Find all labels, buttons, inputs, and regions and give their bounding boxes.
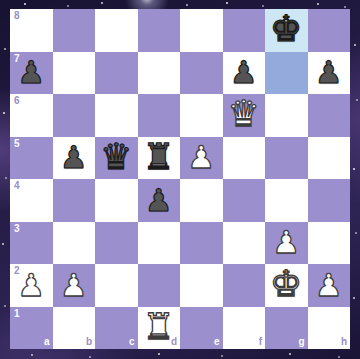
- starfield-background: [0, 0, 2, 2]
- piece-black-pawn: ♟: [17, 57, 45, 88]
- square-g7[interactable]: [265, 52, 308, 95]
- square-e1[interactable]: e: [180, 307, 223, 350]
- piece-white-pawn: ♟: [60, 270, 88, 301]
- square-e6[interactable]: [180, 94, 223, 137]
- square-h7[interactable]: ♟: [308, 52, 351, 95]
- square-d8[interactable]: [138, 9, 181, 52]
- square-b5[interactable]: ♟: [53, 137, 96, 180]
- rank-label-6: 6: [14, 96, 20, 106]
- square-c7[interactable]: [95, 52, 138, 95]
- rank-label-5: 5: [14, 139, 20, 149]
- file-label-c: c: [129, 337, 135, 347]
- rank-label-8: 8: [14, 11, 20, 21]
- square-b1[interactable]: b: [53, 307, 96, 350]
- square-b2[interactable]: ♟: [53, 264, 96, 307]
- square-b4[interactable]: [53, 179, 96, 222]
- square-c6[interactable]: [95, 94, 138, 137]
- square-d3[interactable]: [138, 222, 181, 265]
- square-c3[interactable]: [95, 222, 138, 265]
- square-d1[interactable]: d♜: [138, 307, 181, 350]
- square-f1[interactable]: f: [223, 307, 266, 350]
- square-c5[interactable]: ♛: [95, 137, 138, 180]
- piece-black-queen: ♛: [100, 139, 132, 175]
- square-c8[interactable]: [95, 9, 138, 52]
- square-h8[interactable]: [308, 9, 351, 52]
- square-f7[interactable]: ♟: [223, 52, 266, 95]
- rank-label-4: 4: [14, 181, 20, 191]
- square-f4[interactable]: [223, 179, 266, 222]
- square-e2[interactable]: [180, 264, 223, 307]
- file-label-f: f: [259, 337, 262, 347]
- piece-white-pawn: ♟: [17, 270, 45, 301]
- square-e4[interactable]: [180, 179, 223, 222]
- square-c1[interactable]: c: [95, 307, 138, 350]
- square-b6[interactable]: [53, 94, 96, 137]
- square-a5[interactable]: 5: [10, 137, 53, 180]
- square-d6[interactable]: [138, 94, 181, 137]
- square-e3[interactable]: [180, 222, 223, 265]
- piece-black-pawn: ♟: [230, 57, 258, 88]
- square-a7[interactable]: 7♟: [10, 52, 53, 95]
- square-h2[interactable]: ♟: [308, 264, 351, 307]
- piece-white-queen: ♛: [228, 96, 260, 132]
- square-g1[interactable]: g: [265, 307, 308, 350]
- file-label-g: g: [298, 337, 304, 347]
- rank-label-1: 1: [14, 309, 20, 319]
- square-g5[interactable]: [265, 137, 308, 180]
- square-h5[interactable]: [308, 137, 351, 180]
- square-h3[interactable]: [308, 222, 351, 265]
- square-e8[interactable]: [180, 9, 223, 52]
- square-d5[interactable]: ♜: [138, 137, 181, 180]
- piece-black-rook: ♜: [143, 139, 175, 175]
- square-d7[interactable]: [138, 52, 181, 95]
- square-e5[interactable]: ♟: [180, 137, 223, 180]
- file-label-a: a: [44, 337, 50, 347]
- file-label-h: h: [341, 337, 347, 347]
- square-b7[interactable]: [53, 52, 96, 95]
- piece-white-king: ♚: [270, 266, 302, 302]
- square-d2[interactable]: [138, 264, 181, 307]
- square-a6[interactable]: 6: [10, 94, 53, 137]
- square-c4[interactable]: [95, 179, 138, 222]
- square-g8[interactable]: ♚: [265, 9, 308, 52]
- piece-white-pawn: ♟: [272, 227, 300, 258]
- square-c2[interactable]: [95, 264, 138, 307]
- square-f3[interactable]: [223, 222, 266, 265]
- square-g4[interactable]: [265, 179, 308, 222]
- piece-black-pawn: ♟: [145, 185, 173, 216]
- square-a4[interactable]: 4: [10, 179, 53, 222]
- square-b8[interactable]: [53, 9, 96, 52]
- square-h4[interactable]: [308, 179, 351, 222]
- piece-white-pawn: ♟: [187, 142, 215, 173]
- square-g2[interactable]: ♚: [265, 264, 308, 307]
- square-a8[interactable]: 8: [10, 9, 53, 52]
- piece-white-pawn: ♟: [315, 270, 343, 301]
- rank-label-3: 3: [14, 224, 20, 234]
- square-a3[interactable]: 3: [10, 222, 53, 265]
- square-a1[interactable]: 1a: [10, 307, 53, 350]
- square-a2[interactable]: 2♟: [10, 264, 53, 307]
- chess-board: 8♚7♟♟♟6♛5♟♛♜♟4♟3♟2♟♟♚♟1abcd♜efgh: [10, 9, 350, 349]
- piece-white-rook: ♜: [143, 309, 175, 345]
- piece-black-pawn: ♟: [60, 142, 88, 173]
- square-f5[interactable]: [223, 137, 266, 180]
- square-h6[interactable]: [308, 94, 351, 137]
- square-g3[interactable]: ♟: [265, 222, 308, 265]
- piece-black-king: ♚: [270, 11, 302, 47]
- square-h1[interactable]: h: [308, 307, 351, 350]
- square-f2[interactable]: [223, 264, 266, 307]
- square-d4[interactable]: ♟: [138, 179, 181, 222]
- square-f8[interactable]: [223, 9, 266, 52]
- square-g6[interactable]: [265, 94, 308, 137]
- file-label-b: b: [86, 337, 92, 347]
- square-f6[interactable]: ♛: [223, 94, 266, 137]
- file-label-e: e: [214, 337, 220, 347]
- piece-black-pawn: ♟: [315, 57, 343, 88]
- square-b3[interactable]: [53, 222, 96, 265]
- square-e7[interactable]: [180, 52, 223, 95]
